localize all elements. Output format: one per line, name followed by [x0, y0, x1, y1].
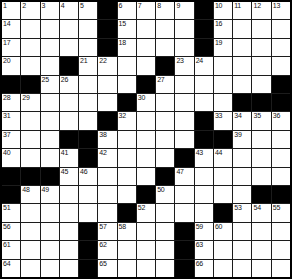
black-square-r13-c5	[79, 223, 97, 240]
clue-number: 40	[3, 149, 10, 157]
cell-r10-c14[interactable]	[252, 168, 270, 185]
cell-r8-c8[interactable]	[137, 131, 155, 148]
cell-r7-c3[interactable]	[41, 112, 59, 129]
clue-number: 10	[215, 2, 222, 10]
clue-number: 11	[234, 2, 241, 10]
cell-r11-c5[interactable]	[79, 186, 97, 203]
clue-number: 8	[157, 2, 161, 10]
cell-r9-c15[interactable]	[272, 149, 290, 166]
cell-r8-c7[interactable]	[118, 131, 136, 148]
cell-r10-c4[interactable]: 45	[60, 168, 78, 185]
cell-r9-c14[interactable]	[252, 149, 270, 166]
cell-r7-c4[interactable]	[60, 112, 78, 129]
cell-r13-c11[interactable]: 59	[195, 223, 213, 240]
cell-r15-c15[interactable]	[272, 260, 290, 277]
cell-r10-c13[interactable]	[233, 168, 251, 185]
cell-r15-c11[interactable]: 66	[195, 260, 213, 277]
cell-r7-c10[interactable]	[175, 112, 193, 129]
cell-r13-c9[interactable]	[156, 223, 174, 240]
cell-r1-c5[interactable]: 5	[79, 2, 97, 19]
cell-r3-c5[interactable]	[79, 39, 97, 56]
cell-r13-c7[interactable]: 58	[118, 223, 136, 240]
cell-r4-c5[interactable]: 21	[79, 57, 97, 74]
clue-number: 33	[215, 112, 222, 120]
black-square-r8-c4	[60, 131, 78, 148]
clue-number: 59	[196, 223, 203, 231]
cell-r12-c9[interactable]	[156, 204, 174, 221]
cell-r7-c14[interactable]: 35	[252, 112, 270, 129]
clue-number: 18	[119, 39, 126, 47]
cell-r9-c4[interactable]: 41	[60, 149, 78, 166]
cell-r11-c4[interactable]	[60, 186, 78, 203]
cell-r6-c3[interactable]	[41, 94, 59, 111]
cell-r6-c8[interactable]: 30	[137, 94, 155, 111]
clue-number: 37	[3, 131, 10, 139]
clue-number: 25	[42, 76, 49, 84]
cell-r5-c10[interactable]	[175, 76, 193, 93]
clue-number: 51	[3, 204, 10, 212]
clue-number: 7	[138, 2, 142, 10]
cell-r2-c13[interactable]	[233, 20, 251, 37]
cell-r3-c10[interactable]	[175, 39, 193, 56]
cell-r14-c1[interactable]: 61	[2, 241, 20, 258]
clue-number: 53	[234, 204, 241, 212]
cell-r2-c7[interactable]: 15	[118, 20, 136, 37]
cell-r13-c13[interactable]	[233, 223, 251, 240]
cell-r13-c12[interactable]: 60	[214, 223, 232, 240]
clue-number: 56	[3, 223, 10, 231]
cell-r7-c9[interactable]	[156, 112, 174, 129]
clue-number: 64	[3, 260, 10, 268]
clue-number: 23	[176, 57, 183, 65]
cell-r3-c9[interactable]	[156, 39, 174, 56]
cell-r9-c9[interactable]	[156, 149, 174, 166]
black-square-r3-c6	[98, 39, 116, 56]
black-square-r1-c6	[98, 2, 116, 19]
cell-r13-c6[interactable]: 57	[98, 223, 116, 240]
cell-r9-c1[interactable]: 40	[2, 149, 20, 166]
cell-r4-c15[interactable]	[272, 57, 290, 74]
cell-r11-c7[interactable]	[118, 186, 136, 203]
cell-r14-c3[interactable]	[41, 241, 59, 258]
clue-number: 38	[99, 131, 106, 139]
cell-r15-c8[interactable]	[137, 260, 155, 277]
cell-r14-c6[interactable]: 62	[98, 241, 116, 258]
cell-r9-c8[interactable]	[137, 149, 155, 166]
cell-r6-c4[interactable]	[60, 94, 78, 111]
clue-number: 34	[234, 112, 241, 120]
cell-r10-c11[interactable]	[195, 168, 213, 185]
clue-number: 44	[215, 149, 222, 157]
clue-number: 39	[234, 131, 241, 139]
cell-r15-c6[interactable]: 65	[98, 260, 116, 277]
cell-r12-c13[interactable]: 53	[233, 204, 251, 221]
cell-r3-c1[interactable]: 17	[2, 39, 20, 56]
cell-r13-c4[interactable]	[60, 223, 78, 240]
cell-r9-c6[interactable]: 42	[98, 149, 116, 166]
clue-number: 28	[3, 94, 10, 102]
cell-r12-c15[interactable]: 55	[272, 204, 290, 221]
cell-r6-c12[interactable]	[214, 94, 232, 111]
clue-number: 20	[3, 57, 10, 65]
clue-number: 35	[253, 112, 260, 120]
black-square-r5-c8	[137, 76, 155, 93]
cell-r12-c2[interactable]	[21, 204, 39, 221]
cell-r11-c13[interactable]	[233, 186, 251, 203]
clue-number: 14	[3, 20, 10, 28]
cell-r8-c1[interactable]: 37	[2, 131, 20, 148]
cell-r3-c3[interactable]	[41, 39, 59, 56]
cell-r3-c2[interactable]	[21, 39, 39, 56]
cell-r6-c9[interactable]	[156, 94, 174, 111]
cell-r12-c5[interactable]	[79, 204, 97, 221]
cell-r2-c4[interactable]	[60, 20, 78, 37]
cell-r15-c4[interactable]	[60, 260, 78, 277]
cell-r10-c12[interactable]	[214, 168, 232, 185]
cell-r15-c9[interactable]	[156, 260, 174, 277]
cell-r9-c7[interactable]	[118, 149, 136, 166]
cell-r7-c5[interactable]	[79, 112, 97, 129]
black-square-r7-c11	[195, 112, 213, 129]
clue-number: 29	[22, 94, 29, 102]
cell-r2-c2[interactable]	[21, 20, 39, 37]
cell-r10-c6[interactable]	[98, 168, 116, 185]
cell-r3-c4[interactable]	[60, 39, 78, 56]
cell-r2-c12[interactable]: 16	[214, 20, 232, 37]
cell-r3-c7[interactable]: 18	[118, 39, 136, 56]
clue-number: 5	[80, 2, 84, 10]
cell-r6-c2[interactable]: 29	[21, 94, 39, 111]
cell-r1-c4[interactable]: 4	[60, 2, 78, 19]
black-square-r11-c15	[272, 186, 290, 203]
cell-r4-c11[interactable]: 24	[195, 57, 213, 74]
cell-r12-c10[interactable]	[175, 204, 193, 221]
clue-number: 9	[176, 2, 180, 10]
clue-number: 49	[42, 186, 49, 194]
black-square-r3-c11	[195, 39, 213, 56]
black-square-r9-c5	[79, 149, 97, 166]
cell-r11-c11[interactable]	[195, 186, 213, 203]
clue-number: 61	[3, 241, 10, 249]
cell-r5-c4[interactable]: 26	[60, 76, 78, 93]
clue-number: 54	[253, 204, 260, 212]
cell-r10-c15[interactable]	[272, 168, 290, 185]
black-square-r2-c6	[98, 20, 116, 37]
cell-r4-c8[interactable]	[137, 57, 155, 74]
cell-r12-c8[interactable]: 52	[137, 204, 155, 221]
black-square-r5-c2	[21, 76, 39, 93]
cell-r2-c5[interactable]	[79, 20, 97, 37]
cell-r14-c15[interactable]	[272, 241, 290, 258]
clue-number: 41	[61, 149, 68, 157]
cell-r4-c6[interactable]: 22	[98, 57, 116, 74]
clue-number: 48	[22, 186, 29, 194]
cell-r2-c14[interactable]	[252, 20, 270, 37]
clue-number: 47	[176, 168, 183, 176]
cell-r5-c6[interactable]	[98, 76, 116, 93]
cell-r15-c14[interactable]	[252, 260, 270, 277]
cell-r13-c1[interactable]: 56	[2, 223, 20, 240]
black-square-r7-c6	[98, 112, 116, 129]
clue-number: 3	[42, 2, 46, 10]
black-square-r6-c7	[118, 94, 136, 111]
cell-r15-c7[interactable]	[118, 260, 136, 277]
cell-r15-c13[interactable]	[233, 260, 251, 277]
black-square-r10-c1	[2, 168, 20, 185]
clue-number: 36	[273, 112, 280, 120]
clue-number: 65	[99, 260, 106, 268]
black-square-r14-c10	[175, 241, 193, 258]
cell-r14-c8[interactable]	[137, 241, 155, 258]
cell-r9-c2[interactable]	[21, 149, 39, 166]
cell-r1-c13[interactable]: 11	[233, 2, 251, 19]
clue-number: 42	[99, 149, 106, 157]
cell-r6-c1[interactable]: 28	[2, 94, 20, 111]
cell-r15-c3[interactable]	[41, 260, 59, 277]
cell-r14-c11[interactable]: 63	[195, 241, 213, 258]
cell-r3-c14[interactable]	[252, 39, 270, 56]
cell-r4-c1[interactable]: 20	[2, 57, 20, 74]
clue-number: 62	[99, 241, 106, 249]
cell-r6-c11[interactable]	[195, 94, 213, 111]
black-square-r6-c15	[272, 94, 290, 111]
black-square-r15-c10	[175, 260, 193, 277]
clue-number: 12	[253, 2, 260, 10]
black-square-r5-c1	[2, 76, 20, 93]
cell-r10-c8[interactable]	[137, 168, 155, 185]
cell-r2-c8[interactable]	[137, 20, 155, 37]
black-square-r4-c4	[60, 57, 78, 74]
cell-r7-c13[interactable]: 34	[233, 112, 251, 129]
cell-r12-c1[interactable]: 51	[2, 204, 20, 221]
black-square-r14-c5	[79, 241, 97, 258]
cell-r4-c12[interactable]	[214, 57, 232, 74]
cell-r1-c15[interactable]: 13	[272, 2, 290, 19]
cell-r11-c2[interactable]: 48	[21, 186, 39, 203]
clue-number: 66	[196, 260, 203, 268]
cell-r13-c8[interactable]	[137, 223, 155, 240]
clue-number: 27	[157, 76, 164, 84]
cell-r14-c12[interactable]	[214, 241, 232, 258]
clue-number: 21	[80, 57, 87, 65]
cell-r1-c10[interactable]: 9	[175, 2, 193, 19]
clue-number: 30	[138, 94, 145, 102]
clue-number: 1	[3, 2, 7, 10]
black-square-r10-c9	[156, 168, 174, 185]
cell-r2-c15[interactable]	[272, 20, 290, 37]
cell-r5-c3[interactable]: 25	[41, 76, 59, 93]
cell-r4-c14[interactable]	[252, 57, 270, 74]
cell-r14-c13[interactable]	[233, 241, 251, 258]
cell-r1-c2[interactable]: 2	[21, 2, 39, 19]
black-square-r4-c9	[156, 57, 174, 74]
cell-r9-c3[interactable]	[41, 149, 59, 166]
cell-r12-c11[interactable]	[195, 204, 213, 221]
cell-r6-c10[interactable]	[175, 94, 193, 111]
cell-r1-c7[interactable]: 6	[118, 2, 136, 19]
clue-number: 55	[273, 204, 280, 212]
cell-r15-c12[interactable]	[214, 260, 232, 277]
cell-r4-c13[interactable]	[233, 57, 251, 74]
black-square-r9-c10	[175, 149, 193, 166]
cell-r8-c2[interactable]	[21, 131, 39, 148]
black-square-r11-c14	[252, 186, 270, 203]
cell-r1-c9[interactable]: 8	[156, 2, 174, 19]
clue-number: 45	[61, 168, 68, 176]
cell-r1-c12[interactable]: 10	[214, 2, 232, 19]
cell-r5-c14[interactable]	[252, 76, 270, 93]
cell-r7-c15[interactable]: 36	[272, 112, 290, 129]
cell-r13-c14[interactable]	[252, 223, 270, 240]
black-square-r13-c10	[175, 223, 193, 240]
crossword-grid: 1234567891011121314151617181920212223242…	[0, 0, 292, 279]
cell-r7-c2[interactable]	[21, 112, 39, 129]
cell-r14-c2[interactable]	[21, 241, 39, 258]
cell-r5-c12[interactable]	[214, 76, 232, 93]
cell-r2-c3[interactable]	[41, 20, 59, 37]
clue-number: 24	[196, 57, 203, 65]
black-square-r15-c5	[79, 260, 97, 277]
black-square-r8-c5	[79, 131, 97, 148]
black-square-r8-c12	[214, 131, 232, 148]
cell-r4-c2[interactable]	[21, 57, 39, 74]
cell-r1-c1[interactable]: 1	[2, 2, 20, 19]
cell-r2-c10[interactable]	[175, 20, 193, 37]
cell-r4-c10[interactable]: 23	[175, 57, 193, 74]
cell-r14-c4[interactable]	[60, 241, 78, 258]
clue-number: 2	[22, 2, 26, 10]
clue-number: 19	[215, 39, 222, 47]
cell-r15-c2[interactable]	[21, 260, 39, 277]
clue-number: 58	[119, 223, 126, 231]
cell-r13-c15[interactable]	[272, 223, 290, 240]
black-square-r10-c3	[41, 168, 59, 185]
cell-r3-c13[interactable]	[233, 39, 251, 56]
cell-r3-c15[interactable]	[272, 39, 290, 56]
clue-number: 16	[215, 20, 222, 28]
cell-r9-c11[interactable]: 43	[195, 149, 213, 166]
clue-number: 46	[80, 168, 87, 176]
cell-r8-c10[interactable]	[175, 131, 193, 148]
cell-r11-c12[interactable]	[214, 186, 232, 203]
clue-number: 31	[3, 112, 10, 120]
cell-r13-c2[interactable]	[21, 223, 39, 240]
cell-r8-c14[interactable]	[252, 131, 270, 148]
black-square-r10-c2	[21, 168, 39, 185]
cell-r10-c10[interactable]: 47	[175, 168, 193, 185]
clue-number: 4	[61, 2, 65, 10]
cell-r1-c14[interactable]: 12	[252, 2, 270, 19]
clue-number: 13	[273, 2, 280, 10]
cell-r4-c7[interactable]	[118, 57, 136, 74]
black-square-r8-c11	[195, 131, 213, 148]
clue-number: 50	[157, 186, 164, 194]
cell-r8-c13[interactable]: 39	[233, 131, 251, 148]
clue-number: 52	[138, 204, 145, 212]
cell-r12-c6[interactable]	[98, 204, 116, 221]
cell-r8-c15[interactable]	[272, 131, 290, 148]
cell-r14-c14[interactable]	[252, 241, 270, 258]
cell-r2-c9[interactable]	[156, 20, 174, 37]
cell-r12-c4[interactable]	[60, 204, 78, 221]
cell-r9-c13[interactable]	[233, 149, 251, 166]
cell-r3-c12[interactable]: 19	[214, 39, 232, 56]
clue-number: 26	[61, 76, 68, 84]
clue-number: 43	[196, 149, 203, 157]
cell-r8-c9[interactable]	[156, 131, 174, 148]
clue-number: 15	[119, 20, 126, 28]
black-square-r6-c13	[233, 94, 251, 111]
cell-r5-c5[interactable]	[79, 76, 97, 93]
cell-r7-c1[interactable]: 31	[2, 112, 20, 129]
cell-r6-c5[interactable]	[79, 94, 97, 111]
cell-r14-c9[interactable]	[156, 241, 174, 258]
cell-r9-c12[interactable]: 44	[214, 149, 232, 166]
clue-number: 60	[215, 223, 222, 231]
cell-r10-c7[interactable]	[118, 168, 136, 185]
clue-number: 22	[99, 57, 106, 65]
cell-r12-c3[interactable]	[41, 204, 59, 221]
cell-r11-c9[interactable]: 50	[156, 186, 174, 203]
clue-number: 57	[99, 223, 106, 231]
cell-r4-c3[interactable]	[41, 57, 59, 74]
black-square-r12-c7	[118, 204, 136, 221]
black-square-r6-c14	[252, 94, 270, 111]
clue-number: 6	[119, 2, 123, 10]
cell-r2-c1[interactable]: 14	[2, 20, 20, 37]
cell-r14-c7[interactable]	[118, 241, 136, 258]
clue-number: 32	[119, 112, 126, 120]
black-square-r5-c15	[272, 76, 290, 93]
cell-r8-c3[interactable]	[41, 131, 59, 148]
cell-r8-c6[interactable]: 38	[98, 131, 116, 148]
cell-r5-c9[interactable]: 27	[156, 76, 174, 93]
cell-r5-c13[interactable]	[233, 76, 251, 93]
cell-r3-c8[interactable]	[137, 39, 155, 56]
cell-r11-c6[interactable]	[98, 186, 116, 203]
cell-r11-c3[interactable]: 49	[41, 186, 59, 203]
cell-r1-c3[interactable]: 3	[41, 2, 59, 19]
cell-r5-c7[interactable]	[118, 76, 136, 93]
black-square-r11-c1	[2, 186, 20, 203]
cell-r1-c8[interactable]: 7	[137, 2, 155, 19]
cell-r11-c10[interactable]	[175, 186, 193, 203]
clue-number: 63	[196, 241, 203, 249]
cell-r12-c14[interactable]: 54	[252, 204, 270, 221]
black-square-r12-c12	[214, 204, 232, 221]
cell-r10-c5[interactable]: 46	[79, 168, 97, 185]
black-square-r2-c11	[195, 20, 213, 37]
clue-number: 17	[3, 39, 10, 47]
black-square-r1-c11	[195, 2, 213, 19]
cell-r7-c12[interactable]: 33	[214, 112, 232, 129]
cell-r13-c3[interactable]	[41, 223, 59, 240]
cell-r6-c6[interactable]	[98, 94, 116, 111]
cell-r5-c11[interactable]	[195, 76, 213, 93]
cell-r15-c1[interactable]: 64	[2, 260, 20, 277]
cell-r7-c8[interactable]	[137, 112, 155, 129]
cell-r7-c7[interactable]: 32	[118, 112, 136, 129]
black-square-r11-c8	[137, 186, 155, 203]
